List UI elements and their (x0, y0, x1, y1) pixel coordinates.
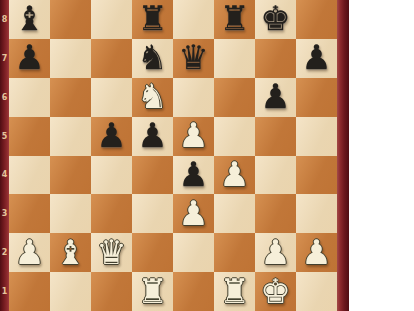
square-b6[interactable] (50, 78, 91, 117)
piece-white-queen[interactable]: ♛ (96, 235, 126, 269)
square-f6[interactable] (214, 78, 255, 117)
square-e7[interactable]: ♛ (173, 39, 214, 78)
square-c4[interactable] (91, 156, 132, 195)
square-g1[interactable]: ♚ (255, 272, 296, 311)
piece-white-pawn[interactable]: ♟ (301, 235, 331, 269)
rank-label-1: 1 (0, 272, 9, 311)
square-a2[interactable]: ♟ (9, 233, 50, 272)
square-e8[interactable] (173, 0, 214, 39)
square-d3[interactable] (132, 194, 173, 233)
piece-white-rook[interactable]: ♜ (219, 274, 249, 308)
piece-black-rook[interactable]: ♜ (137, 1, 167, 35)
square-h1[interactable] (296, 272, 337, 311)
square-d8[interactable]: ♜ (132, 0, 173, 39)
square-a7[interactable]: ♟ (9, 39, 50, 78)
square-h3[interactable] (296, 194, 337, 233)
square-b3[interactable] (50, 194, 91, 233)
square-d7[interactable]: ♞ (132, 39, 173, 78)
board-frame-right (337, 0, 349, 311)
piece-white-pawn[interactable]: ♟ (260, 235, 290, 269)
piece-black-king[interactable]: ♚ (260, 1, 290, 35)
piece-black-rook[interactable]: ♜ (219, 1, 249, 35)
square-c5[interactable]: ♟ (91, 117, 132, 156)
square-f8[interactable]: ♜ (214, 0, 255, 39)
piece-white-knight[interactable]: ♞ (137, 79, 167, 113)
piece-white-pawn[interactable]: ♟ (178, 118, 208, 152)
piece-black-pawn[interactable]: ♟ (14, 40, 44, 74)
square-a3[interactable] (9, 194, 50, 233)
square-c2[interactable]: ♛ (91, 233, 132, 272)
rank-label-4: 4 (0, 156, 9, 195)
square-f7[interactable] (214, 39, 255, 78)
square-g7[interactable] (255, 39, 296, 78)
piece-white-pawn[interactable]: ♟ (219, 157, 249, 191)
rank-label-column: 87654321 (0, 0, 9, 311)
square-e4[interactable]: ♟ (173, 156, 214, 195)
square-c6[interactable] (91, 78, 132, 117)
piece-black-pawn[interactable]: ♟ (137, 118, 167, 152)
square-b8[interactable] (50, 0, 91, 39)
piece-white-bishop[interactable]: ♝ (55, 235, 85, 269)
rank-label-8: 8 (0, 0, 9, 39)
square-h6[interactable] (296, 78, 337, 117)
piece-white-pawn[interactable]: ♟ (178, 196, 208, 230)
square-d6[interactable]: ♞ (132, 78, 173, 117)
square-c1[interactable] (91, 272, 132, 311)
piece-black-pawn[interactable]: ♟ (96, 118, 126, 152)
square-d4[interactable] (132, 156, 173, 195)
piece-black-pawn[interactable]: ♟ (260, 79, 290, 113)
chess-app-stage: 87654321 ♝♜♜♚♟♞♛♟♞♟♟♟♟♟♟♟♟♝♛♟♟♜♜♚ (0, 0, 414, 311)
square-h8[interactable] (296, 0, 337, 39)
square-g5[interactable] (255, 117, 296, 156)
square-g4[interactable] (255, 156, 296, 195)
square-e3[interactable]: ♟ (173, 194, 214, 233)
square-a4[interactable] (9, 156, 50, 195)
piece-black-bishop[interactable]: ♝ (14, 1, 44, 35)
piece-white-pawn[interactable]: ♟ (14, 235, 44, 269)
square-f4[interactable]: ♟ (214, 156, 255, 195)
square-b2[interactable]: ♝ (50, 233, 91, 272)
square-e5[interactable]: ♟ (173, 117, 214, 156)
rank-label-3: 3 (0, 194, 9, 233)
square-a1[interactable] (9, 272, 50, 311)
square-e2[interactable] (173, 233, 214, 272)
square-b5[interactable] (50, 117, 91, 156)
square-g8[interactable]: ♚ (255, 0, 296, 39)
piece-black-queen[interactable]: ♛ (178, 40, 208, 74)
square-b7[interactable] (50, 39, 91, 78)
square-f2[interactable] (214, 233, 255, 272)
square-g6[interactable]: ♟ (255, 78, 296, 117)
piece-black-pawn[interactable]: ♟ (178, 157, 208, 191)
square-e1[interactable] (173, 272, 214, 311)
square-h2[interactable]: ♟ (296, 233, 337, 272)
square-f3[interactable] (214, 194, 255, 233)
square-h5[interactable] (296, 117, 337, 156)
square-b4[interactable] (50, 156, 91, 195)
square-b1[interactable] (50, 272, 91, 311)
rank-label-5: 5 (0, 117, 9, 156)
square-a5[interactable] (9, 117, 50, 156)
square-h7[interactable]: ♟ (296, 39, 337, 78)
square-f1[interactable]: ♜ (214, 272, 255, 311)
piece-white-rook[interactable]: ♜ (137, 274, 167, 308)
piece-black-knight[interactable]: ♞ (137, 40, 167, 74)
square-a6[interactable] (9, 78, 50, 117)
rank-label-6: 6 (0, 78, 9, 117)
square-a8[interactable]: ♝ (9, 0, 50, 39)
square-g2[interactable]: ♟ (255, 233, 296, 272)
rank-label-7: 7 (0, 39, 9, 78)
square-e6[interactable] (173, 78, 214, 117)
piece-white-king[interactable]: ♚ (260, 274, 290, 308)
square-c8[interactable] (91, 0, 132, 39)
square-c3[interactable] (91, 194, 132, 233)
rank-label-2: 2 (0, 233, 9, 272)
square-g3[interactable] (255, 194, 296, 233)
square-h4[interactable] (296, 156, 337, 195)
square-d2[interactable] (132, 233, 173, 272)
square-d1[interactable]: ♜ (132, 272, 173, 311)
piece-black-pawn[interactable]: ♟ (301, 40, 331, 74)
square-c7[interactable] (91, 39, 132, 78)
square-d5[interactable]: ♟ (132, 117, 173, 156)
chess-board[interactable]: ♝♜♜♚♟♞♛♟♞♟♟♟♟♟♟♟♟♝♛♟♟♜♜♚ (9, 0, 337, 311)
square-f5[interactable] (214, 117, 255, 156)
